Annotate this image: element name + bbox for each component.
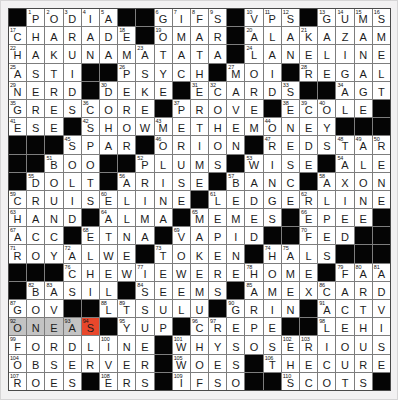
- cell-r9c21[interactable]: E: [373, 155, 390, 172]
- cell-r1c2[interactable]: 1P: [27, 9, 44, 26]
- cell-r16c15[interactable]: M: [264, 282, 281, 299]
- cell-r3c5[interactable]: N: [82, 45, 99, 62]
- cell-r1c19[interactable]: 14U: [336, 9, 353, 26]
- cell-r19c21[interactable]: S: [373, 336, 390, 353]
- cell-r10c2[interactable]: 55D: [27, 173, 44, 190]
- cell-r2c19[interactable]: Z: [336, 27, 353, 44]
- cell-r7c12[interactable]: H: [209, 118, 226, 135]
- cell-r15c21[interactable]: 81A: [373, 264, 390, 281]
- cell-r16c8[interactable]: 84S: [136, 282, 153, 299]
- cell-r17c10[interactable]: L: [173, 300, 190, 317]
- cell-r6c8[interactable]: E: [136, 100, 153, 117]
- cell-r6c7[interactable]: R: [118, 100, 135, 117]
- cell-r21c1[interactable]: 107R: [9, 373, 26, 390]
- cell-r16c3[interactable]: 83A: [45, 282, 62, 299]
- cell-r13c17[interactable]: 70F: [300, 227, 317, 244]
- cell-r19c18[interactable]: I: [318, 336, 335, 353]
- cell-r17c20[interactable]: T: [355, 300, 372, 317]
- cell-r1c18[interactable]: 13G: [318, 9, 335, 26]
- cell-r8c16[interactable]: E: [282, 136, 299, 153]
- cell-r8c5[interactable]: P: [82, 136, 99, 153]
- cell-r14c9[interactable]: 73T: [155, 245, 172, 262]
- cell-r9c17[interactable]: E: [300, 155, 317, 172]
- cell-r11c17[interactable]: 62R: [300, 191, 317, 208]
- cell-r6c19[interactable]: L: [336, 100, 353, 117]
- cell-r3c8[interactable]: 23A: [136, 45, 153, 62]
- cell-r4c17[interactable]: 28R: [300, 64, 317, 81]
- cell-r16c6[interactable]: L: [100, 282, 117, 299]
- cell-r20c15[interactable]: 106T: [264, 355, 281, 372]
- cell-r7c1[interactable]: 41E: [9, 118, 26, 135]
- cell-r14c5[interactable]: L: [82, 245, 99, 262]
- cell-r17c11[interactable]: U: [191, 300, 208, 317]
- cell-r11c8[interactable]: I: [136, 191, 153, 208]
- cell-r10c4[interactable]: L: [64, 173, 81, 190]
- cell-r11c9[interactable]: N: [155, 191, 172, 208]
- cell-r20c19[interactable]: U: [336, 355, 353, 372]
- cell-r14c10[interactable]: O: [173, 245, 190, 262]
- cell-r10c15[interactable]: N: [264, 173, 281, 190]
- cell-r8c6[interactable]: A: [100, 136, 117, 153]
- cell-r11c10[interactable]: E: [173, 191, 190, 208]
- cell-r1c4[interactable]: 3D: [64, 9, 81, 26]
- cell-r8c19[interactable]: 48T: [336, 136, 353, 153]
- cell-r7c5[interactable]: 42S: [82, 118, 99, 135]
- cell-r3c17[interactable]: E: [300, 45, 317, 62]
- cell-r5c6[interactable]: 30D: [100, 82, 117, 99]
- cell-r8c17[interactable]: D: [300, 136, 317, 153]
- cell-r10c20[interactable]: O: [355, 173, 372, 190]
- cell-r15c17[interactable]: E: [300, 264, 317, 281]
- cell-r5c1[interactable]: 29N: [9, 82, 26, 99]
- cell-r18c15[interactable]: E: [264, 318, 281, 335]
- cell-r19c20[interactable]: U: [355, 336, 372, 353]
- cell-r7c7[interactable]: O: [118, 118, 135, 135]
- cell-r2c14[interactable]: 20A: [245, 27, 262, 44]
- cell-r15c9[interactable]: E: [155, 264, 172, 281]
- cell-r21c12[interactable]: S: [209, 373, 226, 390]
- cell-r8c12[interactable]: O: [209, 136, 226, 153]
- cell-r21c10[interactable]: 109I: [173, 373, 190, 390]
- cell-r3c9[interactable]: T: [155, 45, 172, 62]
- cell-r2c4[interactable]: R: [64, 27, 81, 44]
- cell-r18c3[interactable]: E: [45, 318, 62, 335]
- cell-r3c1[interactable]: 22H: [9, 45, 26, 62]
- cell-r20c4[interactable]: E: [64, 355, 81, 372]
- cell-r19c13[interactable]: S: [227, 336, 244, 353]
- cell-r18c13[interactable]: E: [227, 318, 244, 335]
- cell-r6c14[interactable]: E: [245, 100, 262, 117]
- cell-r14c12[interactable]: E: [209, 245, 226, 262]
- cell-r12c3[interactable]: N: [45, 209, 62, 226]
- cell-r11c13[interactable]: E: [227, 191, 244, 208]
- cell-r16c21[interactable]: D: [373, 282, 390, 299]
- cell-r21c7[interactable]: R: [118, 373, 135, 390]
- cell-r13c18[interactable]: E: [318, 227, 335, 244]
- cell-r2c10[interactable]: M: [173, 27, 190, 44]
- cell-r12c6[interactable]: 64A: [100, 209, 117, 226]
- cell-r9c11[interactable]: M: [191, 155, 208, 172]
- cell-r15c6[interactable]: E: [100, 264, 117, 281]
- cell-r17c21[interactable]: V: [373, 300, 390, 317]
- cell-r4c14[interactable]: O: [245, 64, 262, 81]
- cell-r14c13[interactable]: N: [227, 245, 244, 262]
- cell-r5c2[interactable]: E: [27, 82, 44, 99]
- cell-r6c18[interactable]: 40O: [318, 100, 335, 117]
- cell-r16c14[interactable]: 85A: [245, 282, 262, 299]
- cell-r16c11[interactable]: M: [191, 282, 208, 299]
- cell-r20c10[interactable]: 105W: [173, 355, 190, 372]
- cell-r5c16[interactable]: 33S: [282, 82, 299, 99]
- cell-r16c16[interactable]: E: [282, 282, 299, 299]
- cell-r10c18[interactable]: 58A: [318, 173, 335, 190]
- cell-r5c13[interactable]: A: [227, 82, 244, 99]
- cell-r13c7[interactable]: N: [118, 227, 135, 244]
- cell-r20c13[interactable]: S: [227, 355, 244, 372]
- cell-r21c17[interactable]: C: [300, 373, 317, 390]
- cell-r21c3[interactable]: E: [45, 373, 62, 390]
- cell-r11c1[interactable]: 59C: [9, 191, 26, 208]
- cell-r7c16[interactable]: N: [282, 118, 299, 135]
- cell-r6c10[interactable]: 37P: [173, 100, 190, 117]
- cell-r15c20[interactable]: 80A: [355, 264, 372, 281]
- cell-r1c11[interactable]: 8F: [191, 9, 208, 26]
- cell-r5c12[interactable]: 32C: [209, 82, 226, 99]
- cell-r11c16[interactable]: E: [282, 191, 299, 208]
- cell-r2c9[interactable]: 19O: [155, 27, 172, 44]
- cell-r15c5[interactable]: H: [82, 264, 99, 281]
- cell-r12c2[interactable]: A: [27, 209, 44, 226]
- cell-r8c15[interactable]: 47R: [264, 136, 281, 153]
- cell-r16c2[interactable]: 82B: [27, 282, 44, 299]
- cell-r14c1[interactable]: 71R: [9, 245, 26, 262]
- cell-r11c6[interactable]: 60E: [100, 191, 117, 208]
- cell-r20c11[interactable]: O: [191, 355, 208, 372]
- cell-r5c4[interactable]: D: [64, 82, 81, 99]
- cell-r5c9[interactable]: E: [155, 82, 172, 99]
- cell-r3c6[interactable]: A: [100, 45, 117, 62]
- cell-r12c18[interactable]: P: [318, 209, 335, 226]
- cell-r4c13[interactable]: 27M: [227, 64, 244, 81]
- cell-r5c21[interactable]: T: [373, 82, 390, 99]
- cell-r11c2[interactable]: R: [27, 191, 44, 208]
- cell-r2c20[interactable]: A: [355, 27, 372, 44]
- cell-r8c18[interactable]: S: [318, 136, 335, 153]
- cell-r5c7[interactable]: E: [118, 82, 135, 99]
- cell-r19c2[interactable]: O: [27, 336, 44, 353]
- cell-r15c13[interactable]: E: [227, 264, 244, 281]
- cell-r2c2[interactable]: H: [27, 27, 44, 44]
- cell-r3c19[interactable]: I: [336, 45, 353, 62]
- cell-r9c3[interactable]: 51B: [45, 155, 62, 172]
- cell-r10c11[interactable]: E: [191, 173, 208, 190]
- cell-r12c8[interactable]: M: [136, 209, 153, 226]
- cell-r19c17[interactable]: 103R: [300, 336, 317, 353]
- cell-r4c20[interactable]: A: [355, 64, 372, 81]
- cell-r21c8[interactable]: S: [136, 373, 153, 390]
- cell-r15c12[interactable]: R: [209, 264, 226, 281]
- cell-r2c21[interactable]: M: [373, 27, 390, 44]
- cell-r1c10[interactable]: 7I: [173, 9, 190, 26]
- cell-r3c21[interactable]: E: [373, 45, 390, 62]
- cell-r17c15[interactable]: I: [264, 300, 281, 317]
- cell-r7c18[interactable]: Y: [318, 118, 335, 135]
- cell-r18c4[interactable]: 93A: [64, 318, 81, 335]
- cell-r17c14[interactable]: R: [245, 300, 262, 317]
- cell-r13c5[interactable]: 68E: [82, 227, 99, 244]
- cell-r4c7[interactable]: 26P: [118, 64, 135, 81]
- cell-r21c4[interactable]: S: [64, 373, 81, 390]
- cell-r20c2[interactable]: B: [27, 355, 44, 372]
- cell-r3c2[interactable]: A: [27, 45, 44, 62]
- cell-r18c8[interactable]: U: [136, 318, 153, 335]
- cell-r14c7[interactable]: E: [118, 245, 135, 262]
- cell-r19c15[interactable]: S: [264, 336, 281, 353]
- cell-r9c20[interactable]: L: [355, 155, 372, 172]
- cell-r7c15[interactable]: 44O: [264, 118, 281, 135]
- cell-r7c6[interactable]: H: [100, 118, 117, 135]
- cell-r16c4[interactable]: S: [64, 282, 81, 299]
- cell-r1c12[interactable]: 9S: [209, 9, 226, 26]
- cell-r2c18[interactable]: A: [318, 27, 335, 44]
- cell-r3c11[interactable]: T: [191, 45, 208, 62]
- cell-r20c1[interactable]: 104O: [9, 355, 26, 372]
- cell-r4c2[interactable]: S: [27, 64, 44, 81]
- cell-r18c12[interactable]: 97R: [209, 318, 226, 335]
- cell-r6c12[interactable]: O: [209, 100, 226, 117]
- cell-r6c3[interactable]: E: [45, 100, 62, 117]
- cell-r9c16[interactable]: S: [282, 155, 299, 172]
- cell-r9c8[interactable]: 52P: [136, 155, 153, 172]
- cell-r19c14[interactable]: O: [245, 336, 262, 353]
- cell-r10c5[interactable]: T: [82, 173, 99, 190]
- cell-r16c20[interactable]: R: [355, 282, 372, 299]
- cell-r4c8[interactable]: S: [136, 64, 153, 81]
- cell-r8c20[interactable]: 49A: [355, 136, 372, 153]
- cell-r4c9[interactable]: Y: [155, 64, 172, 81]
- cell-r21c2[interactable]: O: [27, 373, 44, 390]
- cell-r18c5[interactable]: 94S: [82, 318, 99, 335]
- cell-r7c3[interactable]: E: [45, 118, 62, 135]
- cell-r10c19[interactable]: X: [336, 173, 353, 190]
- cell-r3c16[interactable]: N: [282, 45, 299, 62]
- cell-r9c5[interactable]: O: [82, 155, 99, 172]
- cell-r1c15[interactable]: 11P: [264, 9, 281, 26]
- cell-r6c17[interactable]: 39C: [300, 100, 317, 117]
- cell-r9c4[interactable]: O: [64, 155, 81, 172]
- cell-r21c13[interactable]: O: [227, 373, 244, 390]
- cell-r18c14[interactable]: P: [245, 318, 262, 335]
- cell-r7c10[interactable]: E: [173, 118, 190, 135]
- cell-r18c18[interactable]: 98L: [318, 318, 335, 335]
- cell-r2c15[interactable]: L: [264, 27, 281, 44]
- cell-r8c7[interactable]: R: [118, 136, 135, 153]
- cell-r19c12[interactable]: Y: [209, 336, 226, 353]
- cell-r11c18[interactable]: L: [318, 191, 335, 208]
- cell-r3c12[interactable]: A: [209, 45, 226, 62]
- cell-r9c9[interactable]: L: [155, 155, 172, 172]
- cell-r6c4[interactable]: S: [64, 100, 81, 117]
- cell-r13c3[interactable]: C: [45, 227, 62, 244]
- cell-r14c11[interactable]: K: [191, 245, 208, 262]
- cell-r14c6[interactable]: W: [100, 245, 117, 262]
- cell-r13c1[interactable]: 67A: [9, 227, 26, 244]
- cell-r10c14[interactable]: A: [245, 173, 262, 190]
- cell-r20c18[interactable]: C: [318, 355, 335, 372]
- cell-r12c19[interactable]: E: [336, 209, 353, 226]
- cell-r12c13[interactable]: M: [227, 209, 244, 226]
- cell-r11c4[interactable]: I: [64, 191, 81, 208]
- cell-r10c13[interactable]: 57B: [227, 173, 244, 190]
- cell-r5c19[interactable]: 34A: [336, 82, 353, 99]
- cell-r17c18[interactable]: 91A: [318, 300, 335, 317]
- cell-r4c1[interactable]: 25A: [9, 64, 26, 81]
- cell-r21c19[interactable]: T: [336, 373, 353, 390]
- cell-r9c10[interactable]: U: [173, 155, 190, 172]
- cell-r14c3[interactable]: Y: [45, 245, 62, 262]
- cell-r15c8[interactable]: 77I: [136, 264, 153, 281]
- cell-r15c11[interactable]: E: [191, 264, 208, 281]
- cell-r11c20[interactable]: N: [355, 191, 372, 208]
- cell-r6c20[interactable]: E: [355, 100, 372, 117]
- cell-r21c18[interactable]: O: [318, 373, 335, 390]
- cell-r17c2[interactable]: O: [27, 300, 44, 317]
- cell-r1c16[interactable]: 12S: [282, 9, 299, 26]
- cell-r6c1[interactable]: 35G: [9, 100, 26, 117]
- cell-r20c17[interactable]: E: [300, 355, 317, 372]
- cell-r17c6[interactable]: 88L: [100, 300, 117, 317]
- cell-r21c6[interactable]: 108E: [100, 373, 117, 390]
- cell-r17c1[interactable]: 87G: [9, 300, 26, 317]
- cell-r13c6[interactable]: T: [100, 227, 117, 244]
- cell-r12c15[interactable]: S: [264, 209, 281, 226]
- cell-r16c18[interactable]: 86C: [318, 282, 335, 299]
- cell-r14c2[interactable]: O: [27, 245, 44, 262]
- cell-r16c9[interactable]: E: [155, 282, 172, 299]
- cell-r7c8[interactable]: W: [136, 118, 153, 135]
- cell-r12c1[interactable]: 63H: [9, 209, 26, 226]
- cell-r8c4[interactable]: 45S: [64, 136, 81, 153]
- cell-r2c16[interactable]: A: [282, 27, 299, 44]
- cell-r9c14[interactable]: 53W: [245, 155, 262, 172]
- cell-r12c12[interactable]: E: [209, 209, 226, 226]
- cell-r16c5[interactable]: I: [82, 282, 99, 299]
- cell-r18c2[interactable]: N: [27, 318, 44, 335]
- cell-r3c18[interactable]: L: [318, 45, 335, 62]
- cell-r7c13[interactable]: E: [227, 118, 244, 135]
- cell-r17c9[interactable]: U: [155, 300, 172, 317]
- cell-r19c1[interactable]: 99F: [9, 336, 26, 353]
- cell-r8c9[interactable]: 46O: [155, 136, 172, 153]
- cell-r17c16[interactable]: N: [282, 300, 299, 317]
- cell-r21c20[interactable]: S: [355, 373, 372, 390]
- cell-r4c10[interactable]: C: [173, 64, 190, 81]
- cell-r1c14[interactable]: 10V: [245, 9, 262, 26]
- cell-r1c3[interactable]: 2O: [45, 9, 62, 26]
- cell-r10c16[interactable]: C: [282, 173, 299, 190]
- cell-r3c3[interactable]: K: [45, 45, 62, 62]
- cell-r12c20[interactable]: E: [355, 209, 372, 226]
- cell-r13c10[interactable]: 69V: [173, 227, 190, 244]
- cell-r19c6[interactable]: 100I: [100, 336, 117, 353]
- cell-r6c6[interactable]: O: [100, 100, 117, 117]
- cell-r5c11[interactable]: 31E: [191, 82, 208, 99]
- cell-r20c20[interactable]: R: [355, 355, 372, 372]
- cell-r16c10[interactable]: E: [173, 282, 190, 299]
- cell-r12c11[interactable]: 65M: [191, 209, 208, 226]
- cell-r11c3[interactable]: U: [45, 191, 62, 208]
- cell-r20c6[interactable]: V: [100, 355, 117, 372]
- cell-r20c7[interactable]: E: [118, 355, 135, 372]
- cell-r13c12[interactable]: P: [209, 227, 226, 244]
- cell-r10c8[interactable]: R: [136, 173, 153, 190]
- cell-r1c20[interactable]: 15M: [355, 9, 372, 26]
- cell-r3c10[interactable]: A: [173, 45, 190, 62]
- cell-r15c19[interactable]: 79F: [336, 264, 353, 281]
- cell-r1c6[interactable]: 5A: [100, 9, 117, 26]
- cell-r5c20[interactable]: G: [355, 82, 372, 99]
- cell-r20c21[interactable]: E: [373, 355, 390, 372]
- cell-r7c17[interactable]: E: [300, 118, 317, 135]
- cell-r16c12[interactable]: S: [209, 282, 226, 299]
- cell-r19c11[interactable]: H: [191, 336, 208, 353]
- cell-r6c13[interactable]: V: [227, 100, 244, 117]
- cell-r2c17[interactable]: 21K: [300, 27, 317, 44]
- cell-r4c11[interactable]: H: [191, 64, 208, 81]
- cell-r4c19[interactable]: G: [336, 64, 353, 81]
- cell-r15c4[interactable]: 76C: [64, 264, 81, 281]
- cell-r15c10[interactable]: W: [173, 264, 190, 281]
- cell-r17c3[interactable]: V: [45, 300, 62, 317]
- cell-r13c13[interactable]: I: [227, 227, 244, 244]
- cell-r19c16[interactable]: 102E: [282, 336, 299, 353]
- cell-r17c7[interactable]: 89T: [118, 300, 135, 317]
- cell-r7c9[interactable]: 43M: [155, 118, 172, 135]
- cell-r13c11[interactable]: A: [191, 227, 208, 244]
- cell-r2c3[interactable]: A: [45, 27, 62, 44]
- cell-r15c7[interactable]: W: [118, 264, 135, 281]
- cell-r18c11[interactable]: 96C: [191, 318, 208, 335]
- cell-r18c19[interactable]: E: [336, 318, 353, 335]
- cell-r12c14[interactable]: E: [245, 209, 262, 226]
- cell-r14c17[interactable]: L: [300, 245, 317, 262]
- cell-r19c7[interactable]: N: [118, 336, 135, 353]
- cell-r7c2[interactable]: S: [27, 118, 44, 135]
- cell-r5c15[interactable]: D: [264, 82, 281, 99]
- cell-r3c20[interactable]: N: [355, 45, 372, 62]
- cell-r15c15[interactable]: O: [264, 264, 281, 281]
- cell-r2c7[interactable]: 18E: [118, 27, 135, 44]
- cell-r2c12[interactable]: R: [209, 27, 226, 44]
- cell-r11c14[interactable]: D: [245, 191, 262, 208]
- cell-r18c20[interactable]: H: [355, 318, 372, 335]
- cell-r14c15[interactable]: 74H: [264, 245, 281, 262]
- cell-r10c21[interactable]: N: [373, 173, 390, 190]
- cell-r6c11[interactable]: R: [191, 100, 208, 117]
- cell-r16c19[interactable]: A: [336, 282, 353, 299]
- cell-r1c21[interactable]: 16S: [373, 9, 390, 26]
- cell-r13c8[interactable]: A: [136, 227, 153, 244]
- cell-r20c3[interactable]: S: [45, 355, 62, 372]
- cell-r12c7[interactable]: L: [118, 209, 135, 226]
- cell-r6c2[interactable]: R: [27, 100, 44, 117]
- cell-r3c15[interactable]: A: [264, 45, 281, 62]
- cell-r19c8[interactable]: E: [136, 336, 153, 353]
- cell-r5c3[interactable]: R: [45, 82, 62, 99]
- cell-r20c16[interactable]: H: [282, 355, 299, 372]
- cell-r17c8[interactable]: S: [136, 300, 153, 317]
- cell-r20c5[interactable]: R: [82, 355, 99, 372]
